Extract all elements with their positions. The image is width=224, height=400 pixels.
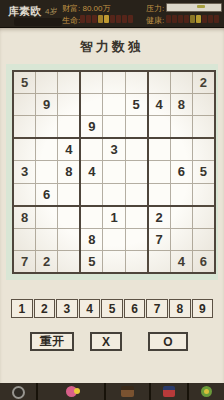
keypad-7[interactable]: 7 [146,299,168,318]
toolbar-item-5[interactable] [189,383,224,400]
sudoku-cell-r2c1[interactable] [14,94,35,115]
sudoku-cell-r4c4[interactable] [81,139,102,160]
sudoku-cell-r8c8[interactable] [171,229,192,250]
bar-segment [122,15,127,23]
player-age: 4岁 [45,6,57,17]
sudoku-cell-r8c2[interactable] [36,229,57,250]
sudoku-cell-r8c1[interactable] [14,229,35,250]
bar-segment [86,15,91,23]
sudoku-cell-r7c7[interactable]: 2 [149,207,170,228]
sudoku-cell-r6c1[interactable] [14,184,35,205]
pressure-bar [166,3,222,12]
sudoku-box: 2746 [149,207,214,272]
sudoku-cell-r7c2[interactable] [36,207,57,228]
bar-segment [104,15,109,23]
sudoku-cell-r3c7[interactable] [149,116,170,137]
page-title: 智力数独 [0,38,224,56]
erase-x-button[interactable]: X [90,332,122,351]
sudoku-cell-r9c8[interactable]: 4 [171,251,192,272]
sudoku-cell-r7c1[interactable]: 8 [14,207,35,228]
toolbar-item-4[interactable] [151,383,187,400]
keypad-8[interactable]: 8 [169,299,191,318]
sudoku-cell-r3c6[interactable] [126,116,147,137]
keypad-1[interactable]: 1 [11,299,33,318]
sudoku-cell-r7c4[interactable] [81,207,102,228]
sudoku-cell-r4c3[interactable]: 4 [58,139,79,160]
status-bar: 库素欧 4岁 财富: 80.00万 压力: 生命: 健康: [0,0,224,28]
sudoku-game-screen: 库素欧 4岁 财富: 80.00万 压力: 生命: 健康: 智力数独 59592… [0,0,224,400]
sudoku-cell-r2c5[interactable] [103,94,124,115]
sudoku-cell-r3c1[interactable] [14,116,35,137]
bar-segment [190,15,195,23]
sudoku-cell-r1c6[interactable] [126,72,147,93]
wealth-stat: 财富: 80.00万 [62,3,111,14]
keypad-4[interactable]: 4 [79,299,101,318]
sudoku-cell-r5c3[interactable]: 8 [58,161,79,182]
sudoku-cell-r5c6[interactable] [126,161,147,182]
bar-segment [80,15,85,23]
health-label: 健康: [146,15,164,26]
sudoku-cell-r9c4[interactable]: 5 [81,251,102,272]
sudoku-box: 59 [14,72,79,137]
keypad-2[interactable]: 2 [34,299,56,318]
health-bar [166,15,219,23]
bar-segment [214,15,219,23]
sudoku-cell-r1c8[interactable] [171,72,192,93]
life-bar [80,15,133,23]
restart-button[interactable]: 重开 [30,332,74,351]
wealth-value: 80.00万 [82,4,110,13]
bar-segment [184,15,189,23]
bar-segment [128,15,133,23]
balloon-icon [66,386,77,397]
sudoku-cell-r9c2[interactable]: 2 [36,251,57,272]
sudoku-cell-r6c3[interactable] [58,184,79,205]
sudoku-cell-r2c3[interactable] [58,94,79,115]
sudoku-panel: 智力数独 5959248438634658721852746 123456789… [0,27,224,383]
sudoku-cell-r9c3[interactable] [58,251,79,272]
sudoku-cell-r4c6[interactable] [126,139,147,160]
sudoku-cell-r1c3[interactable] [58,72,79,93]
bar-segment [202,15,207,23]
bar-segment [166,15,171,23]
sudoku-box: 4386 [14,139,79,204]
wealth-label: 财富: [62,4,80,13]
sudoku-cell-r8c7[interactable]: 7 [149,229,170,250]
sudoku-cell-r7c9[interactable] [193,207,214,228]
sudoku-cell-r4c7[interactable] [149,139,170,160]
bar-segment [196,15,201,23]
sudoku-cell-r4c9[interactable] [193,139,214,160]
keypad-3[interactable]: 3 [56,299,78,318]
sudoku-cell-r5c5[interactable] [103,161,124,182]
sudoku-cell-r7c8[interactable] [171,207,192,228]
sudoku-cell-r6c9[interactable] [193,184,214,205]
board-frame: 5959248438634658721852746 [6,64,218,280]
obscured-text [14,18,62,26]
sudoku-cell-r8c5[interactable] [103,229,124,250]
bar-segment [110,15,115,23]
sudoku-cell-r5c7[interactable] [149,161,170,182]
sudoku-cell-r3c8[interactable] [171,116,192,137]
pressure-label: 压力: [146,3,164,14]
sudoku-cell-r9c6[interactable] [126,251,147,272]
sudoku-cell-r7c5[interactable]: 1 [103,207,124,228]
keypad-9[interactable]: 9 [192,299,214,318]
sudoku-board: 5959248438634658721852746 [12,70,216,274]
sudoku-cell-r8c6[interactable] [126,229,147,250]
number-keypad: 123456789 [11,299,213,318]
confirm-o-button[interactable]: O [148,332,188,351]
bar-segment [92,15,97,23]
sudoku-box: 59 [81,72,146,137]
plant-icon [201,386,212,397]
sudoku-cell-r2c4[interactable] [81,94,102,115]
sudoku-cell-r3c4[interactable]: 9 [81,116,102,137]
life-label: 生命: [62,15,80,26]
sudoku-cell-r9c1[interactable]: 7 [14,251,35,272]
toolbar-item-3[interactable] [106,383,149,400]
bar-segment [178,15,183,23]
bed-icon [163,386,175,397]
sudoku-cell-r7c3[interactable] [58,207,79,228]
toolbar-item-2[interactable] [38,383,104,400]
sudoku-cell-r1c9[interactable]: 2 [193,72,214,93]
sudoku-cell-r4c2[interactable] [36,139,57,160]
sudoku-cell-r6c5[interactable] [103,184,124,205]
sudoku-cell-r4c1[interactable] [14,139,35,160]
sudoku-cell-r3c9[interactable] [193,116,214,137]
bottom-toolbar [0,383,224,400]
sudoku-cell-r1c2[interactable] [36,72,57,93]
toolbar-item-1[interactable] [0,383,36,400]
keypad-6[interactable]: 6 [124,299,146,318]
sudoku-cell-r2c6[interactable]: 5 [126,94,147,115]
sudoku-cell-r6c2[interactable]: 6 [36,184,57,205]
sudoku-cell-r1c4[interactable] [81,72,102,93]
sudoku-box: 65 [149,139,214,204]
player-name: 库素欧 [8,4,41,19]
sudoku-cell-r2c9[interactable] [193,94,214,115]
sudoku-box: 34 [81,139,146,204]
sudoku-box: 872 [14,207,79,272]
sudoku-cell-r8c4[interactable]: 8 [81,229,102,250]
sudoku-cell-r6c7[interactable] [149,184,170,205]
sudoku-box: 248 [149,72,214,137]
sudoku-box: 185 [81,207,146,272]
sudoku-cell-r8c3[interactable] [58,229,79,250]
bar-segment [208,15,213,23]
bar-segment [116,15,121,23]
sudoku-cell-r3c5[interactable] [103,116,124,137]
sudoku-cell-r3c2[interactable] [36,116,57,137]
sudoku-cell-r4c5[interactable]: 3 [103,139,124,160]
sudoku-cell-r9c5[interactable] [103,251,124,272]
keypad-5[interactable]: 5 [101,299,123,318]
sudoku-cell-r1c1[interactable]: 5 [14,72,35,93]
sudoku-cell-r5c1[interactable]: 3 [14,161,35,182]
sudoku-cell-r4c8[interactable] [171,139,192,160]
bar-segment [98,15,103,23]
clock-icon [12,386,25,399]
pressure-marker [197,5,205,8]
sudoku-cell-r5c2[interactable] [36,161,57,182]
sudoku-cell-r2c2[interactable]: 9 [36,94,57,115]
sudoku-cell-r2c7[interactable]: 4 [149,94,170,115]
bar-segment [172,15,177,23]
sudoku-cell-r6c8[interactable] [171,184,192,205]
sudoku-cell-r7c6[interactable] [126,207,147,228]
sudoku-cell-r1c7[interactable] [149,72,170,93]
sudoku-cell-r9c7[interactable] [149,251,170,272]
action-buttons: 重开 X O [30,332,224,352]
sudoku-cell-r3c3[interactable] [58,116,79,137]
sudoku-cell-r1c5[interactable] [103,72,124,93]
sudoku-cell-r5c8[interactable]: 6 [171,161,192,182]
sudoku-cell-r5c4[interactable]: 4 [81,161,102,182]
sudoku-cell-r6c6[interactable] [126,184,147,205]
chest-icon [121,386,134,397]
sudoku-cell-r9c9[interactable]: 6 [193,251,214,272]
sudoku-cell-r5c9[interactable]: 5 [193,161,214,182]
sudoku-cell-r6c4[interactable] [81,184,102,205]
sudoku-cell-r8c9[interactable] [193,229,214,250]
sudoku-cell-r2c8[interactable]: 8 [171,94,192,115]
